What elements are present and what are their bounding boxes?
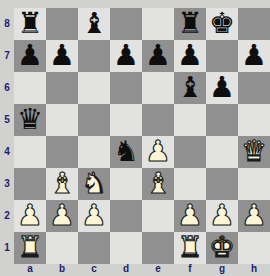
piece-white-king[interactable]: ♚ xyxy=(209,233,235,262)
file-label-d: d xyxy=(110,263,142,275)
square-f5[interactable] xyxy=(174,104,206,136)
square-b3[interactable]: ♝ xyxy=(46,168,78,200)
square-e4[interactable]: ♟ xyxy=(142,136,174,168)
piece-black-pawn[interactable]: ♟ xyxy=(177,41,203,70)
piece-black-knight[interactable]: ♞ xyxy=(113,137,139,166)
square-f7[interactable]: ♟ xyxy=(174,40,206,72)
square-e2[interactable] xyxy=(142,200,174,232)
file-label-a: a xyxy=(14,263,46,275)
square-e6[interactable] xyxy=(142,72,174,104)
square-e3[interactable]: ♝ xyxy=(142,168,174,200)
square-d8[interactable] xyxy=(110,8,142,40)
rank-labels: 87654321 xyxy=(0,8,14,264)
square-b6[interactable] xyxy=(46,72,78,104)
square-a3[interactable] xyxy=(14,168,46,200)
square-b7[interactable]: ♟ xyxy=(46,40,78,72)
square-e5[interactable] xyxy=(142,104,174,136)
square-e8[interactable] xyxy=(142,8,174,40)
piece-black-bishop[interactable]: ♝ xyxy=(177,73,203,102)
file-label-g: g xyxy=(206,263,238,275)
square-h5[interactable] xyxy=(238,104,270,136)
piece-black-pawn[interactable]: ♟ xyxy=(17,41,43,70)
square-a6[interactable] xyxy=(14,72,46,104)
square-b8[interactable] xyxy=(46,8,78,40)
square-g5[interactable] xyxy=(206,104,238,136)
piece-white-queen[interactable]: ♛ xyxy=(241,137,267,166)
piece-white-bishop[interactable]: ♝ xyxy=(49,169,75,198)
rank-label-7: 7 xyxy=(0,40,14,72)
square-c3[interactable]: ♞ xyxy=(78,168,110,200)
square-f1[interactable]: ♜ xyxy=(174,232,206,264)
square-h1[interactable] xyxy=(238,232,270,264)
square-h7[interactable]: ♟ xyxy=(238,40,270,72)
square-e1[interactable] xyxy=(142,232,174,264)
square-d4[interactable]: ♞ xyxy=(110,136,142,168)
piece-black-pawn[interactable]: ♟ xyxy=(209,73,235,102)
square-d1[interactable] xyxy=(110,232,142,264)
square-a7[interactable]: ♟ xyxy=(14,40,46,72)
square-h2[interactable]: ♟ xyxy=(238,200,270,232)
piece-white-rook[interactable]: ♜ xyxy=(177,233,203,262)
square-c1[interactable] xyxy=(78,232,110,264)
square-b4[interactable] xyxy=(46,136,78,168)
square-g2[interactable]: ♟ xyxy=(206,200,238,232)
piece-white-pawn[interactable]: ♟ xyxy=(49,201,75,230)
square-c7[interactable] xyxy=(78,40,110,72)
rank-label-5: 5 xyxy=(0,104,14,136)
piece-white-pawn[interactable]: ♟ xyxy=(209,201,235,230)
square-a4[interactable] xyxy=(14,136,46,168)
piece-white-pawn[interactable]: ♟ xyxy=(145,137,171,166)
square-c8[interactable]: ♝ xyxy=(78,8,110,40)
square-b2[interactable]: ♟ xyxy=(46,200,78,232)
square-d2[interactable] xyxy=(110,200,142,232)
square-f3[interactable] xyxy=(174,168,206,200)
square-f6[interactable]: ♝ xyxy=(174,72,206,104)
rank-label-6: 6 xyxy=(0,72,14,104)
square-d7[interactable]: ♟ xyxy=(110,40,142,72)
square-c2[interactable]: ♟ xyxy=(78,200,110,232)
piece-white-rook[interactable]: ♜ xyxy=(17,233,43,262)
piece-black-bishop[interactable]: ♝ xyxy=(81,9,107,38)
square-a8[interactable]: ♜ xyxy=(14,8,46,40)
square-g6[interactable]: ♟ xyxy=(206,72,238,104)
rank-label-3: 3 xyxy=(0,168,14,200)
piece-white-pawn[interactable]: ♟ xyxy=(177,201,203,230)
square-d6[interactable] xyxy=(110,72,142,104)
square-c4[interactable] xyxy=(78,136,110,168)
square-d5[interactable] xyxy=(110,104,142,136)
piece-black-pawn[interactable]: ♟ xyxy=(241,41,267,70)
chess-diagram: 87654321 ♜♝♜♚♟♟♟♟♟♟♝♟♛♞♟♛♝♞♝♟♟♟♟♟♟♜♜♚ ab… xyxy=(0,0,270,276)
square-g4[interactable] xyxy=(206,136,238,168)
square-g1[interactable]: ♚ xyxy=(206,232,238,264)
piece-black-queen[interactable]: ♛ xyxy=(17,105,43,134)
square-g8[interactable]: ♚ xyxy=(206,8,238,40)
rank-label-1: 1 xyxy=(0,232,14,264)
piece-white-knight[interactable]: ♞ xyxy=(81,169,107,198)
piece-black-rook[interactable]: ♜ xyxy=(177,9,203,38)
piece-white-pawn[interactable]: ♟ xyxy=(17,201,43,230)
rank-label-8: 8 xyxy=(0,8,14,40)
piece-black-pawn[interactable]: ♟ xyxy=(113,41,139,70)
chess-board: ♜♝♜♚♟♟♟♟♟♟♝♟♛♞♟♛♝♞♝♟♟♟♟♟♟♜♜♚ xyxy=(14,8,270,264)
square-a2[interactable]: ♟ xyxy=(14,200,46,232)
square-h6[interactable] xyxy=(238,72,270,104)
rank-label-4: 4 xyxy=(0,136,14,168)
square-h3[interactable] xyxy=(238,168,270,200)
rank-label-2: 2 xyxy=(0,200,14,232)
square-c6[interactable] xyxy=(78,72,110,104)
square-a1[interactable]: ♜ xyxy=(14,232,46,264)
square-a5[interactable]: ♛ xyxy=(14,104,46,136)
square-e7[interactable]: ♟ xyxy=(142,40,174,72)
file-label-e: e xyxy=(142,263,174,275)
file-labels: abcdefgh xyxy=(14,263,270,275)
piece-white-pawn[interactable]: ♟ xyxy=(81,201,107,230)
square-b1[interactable] xyxy=(46,232,78,264)
piece-black-king[interactable]: ♚ xyxy=(209,9,235,38)
file-label-f: f xyxy=(174,263,206,275)
square-d3[interactable] xyxy=(110,168,142,200)
square-f2[interactable]: ♟ xyxy=(174,200,206,232)
square-h8[interactable] xyxy=(238,8,270,40)
square-f4[interactable] xyxy=(174,136,206,168)
square-h4[interactable]: ♛ xyxy=(238,136,270,168)
file-label-h: h xyxy=(238,263,270,275)
square-b5[interactable] xyxy=(46,104,78,136)
piece-black-pawn[interactable]: ♟ xyxy=(49,41,75,70)
file-label-b: b xyxy=(46,263,78,275)
piece-black-pawn[interactable]: ♟ xyxy=(145,41,171,70)
square-g3[interactable] xyxy=(206,168,238,200)
piece-white-bishop[interactable]: ♝ xyxy=(145,169,171,198)
file-label-c: c xyxy=(78,263,110,275)
square-f8[interactable]: ♜ xyxy=(174,8,206,40)
square-g7[interactable] xyxy=(206,40,238,72)
piece-white-pawn[interactable]: ♟ xyxy=(241,201,267,230)
piece-black-rook[interactable]: ♜ xyxy=(17,9,43,38)
square-c5[interactable] xyxy=(78,104,110,136)
